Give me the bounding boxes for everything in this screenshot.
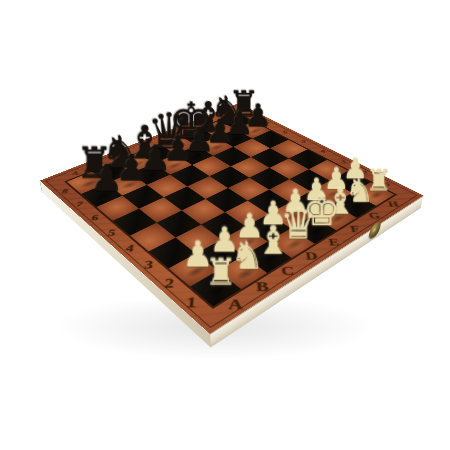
file-label-top-A: A — [59, 168, 91, 177]
clasp-pin — [371, 227, 377, 234]
file-label-top-H: H — [212, 111, 236, 118]
rank-label-right-7: 7 — [260, 118, 276, 129]
piece-black-pawn-a7: ♟ — [90, 160, 120, 197]
file-label-top-E: E — [152, 133, 179, 141]
file-label-top-G: G — [193, 118, 218, 125]
piece-white-rook-a1: ♜ — [203, 255, 240, 292]
rank-label-right-4: 4 — [313, 145, 333, 158]
rank-label-right-5: 5 — [295, 135, 314, 148]
rank-label-right-8: 8 — [244, 110, 260, 121]
file-label-top-D: D — [131, 142, 159, 150]
product-photo-scene: 8877665544332211AABBCCDDEEFFGGHH ♜♞♝♛♚♝♞… — [0, 0, 450, 450]
rank-label-right-6: 6 — [277, 126, 295, 138]
file-label-top-F: F — [173, 126, 199, 133]
